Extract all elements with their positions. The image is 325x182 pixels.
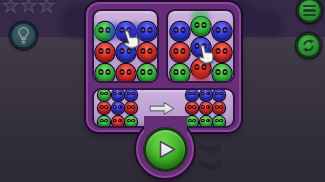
ball-eyes <box>125 119 137 123</box>
ball-green <box>213 116 225 128</box>
ball-eyes <box>186 105 198 109</box>
ball-eyes <box>137 27 156 33</box>
hand-cursor-icon <box>194 41 218 67</box>
ball-blue <box>112 89 124 101</box>
game-scene: ★★★ <box>0 0 325 182</box>
ball-eyes <box>170 48 189 54</box>
star-rating: ★★★ <box>2 0 55 16</box>
demo-board-right[interactable] <box>166 9 235 83</box>
ball-eyes <box>170 69 189 75</box>
ball-eyes <box>112 92 124 96</box>
ball-eyes <box>137 48 156 54</box>
ball-eyes <box>112 119 124 123</box>
ball-red <box>98 102 110 114</box>
ball-green <box>98 89 110 101</box>
ball-eyes <box>98 119 110 123</box>
right-arrow-icon <box>149 101 175 116</box>
hint-button[interactable] <box>10 22 37 49</box>
play-button[interactable] <box>144 128 187 171</box>
ball-eyes <box>170 27 189 33</box>
ball-eyes <box>200 119 212 123</box>
ball-eyes <box>98 92 110 96</box>
ball-red <box>213 102 225 114</box>
ball-green <box>200 116 212 128</box>
ball-blue[interactable] <box>170 22 189 41</box>
scroll-chevron-icon <box>199 143 221 154</box>
ball-red[interactable] <box>170 43 189 62</box>
ball-eyes <box>186 119 198 123</box>
ball-green <box>125 116 137 128</box>
ball-eyes <box>186 92 198 96</box>
ball-eyes <box>212 27 231 33</box>
ball-red <box>112 116 124 128</box>
ball-eyes <box>98 105 110 109</box>
ball-blue <box>186 89 198 101</box>
ball-blue <box>112 102 124 114</box>
ball-red <box>125 102 137 114</box>
ball-blue <box>125 89 137 101</box>
ball-green[interactable] <box>95 64 114 83</box>
ball-red <box>200 102 212 114</box>
ball-eyes <box>116 69 135 75</box>
ball-green[interactable] <box>191 17 210 36</box>
restart-button[interactable] <box>296 33 321 58</box>
ball-eyes <box>137 69 156 75</box>
ball-eyes <box>213 119 225 123</box>
hamburger-icon <box>303 5 316 17</box>
lightbulb-icon <box>16 26 31 45</box>
ball-green[interactable] <box>212 64 231 83</box>
ball-green <box>186 116 198 128</box>
ball-red[interactable] <box>116 64 135 83</box>
star-icon: ★ <box>20 0 37 16</box>
ball-green <box>98 116 110 128</box>
ball-eyes <box>200 92 212 96</box>
ball-blue <box>213 89 225 101</box>
puzzle-board-frame <box>86 2 241 132</box>
ball-green[interactable] <box>137 64 156 83</box>
star-icon: ★ <box>2 0 19 16</box>
star-icon: ★ <box>38 0 55 16</box>
ball-eyes <box>200 105 212 109</box>
ball-red <box>186 102 198 114</box>
ball-eyes <box>125 92 137 96</box>
demo-board-left[interactable] <box>92 9 159 83</box>
ball-eyes <box>125 105 137 109</box>
ball-eyes <box>95 69 114 75</box>
goal-board-scrambled <box>98 89 137 128</box>
ball-eyes <box>112 105 124 109</box>
ball-eyes <box>212 69 231 75</box>
scroll-chevron-icon <box>199 160 221 171</box>
ball-green[interactable] <box>170 64 189 83</box>
ball-blue[interactable] <box>212 22 231 41</box>
ball-eyes <box>95 48 114 54</box>
play-icon <box>158 139 177 160</box>
ball-eyes <box>213 105 225 109</box>
background-silhouette <box>252 10 282 37</box>
ball-eyes <box>213 92 225 96</box>
ball-blue <box>200 89 212 101</box>
ball-red[interactable] <box>95 43 114 62</box>
goal-board-sorted <box>186 89 225 128</box>
ball-eyes <box>191 22 210 28</box>
refresh-icon <box>301 38 316 53</box>
